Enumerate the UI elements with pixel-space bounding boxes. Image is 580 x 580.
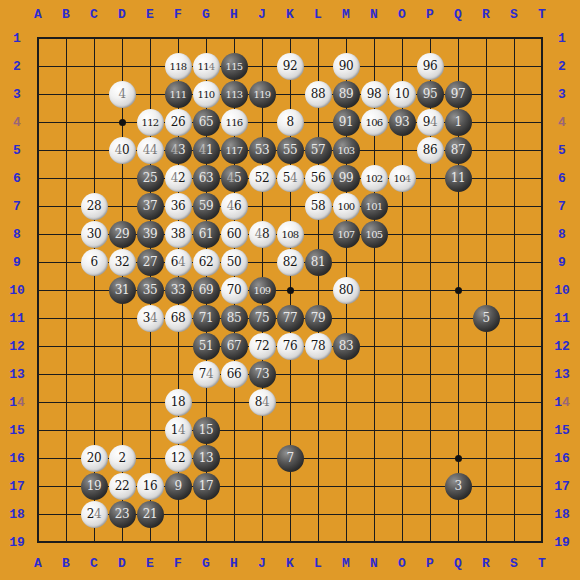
- row-label-right: 15: [554, 424, 570, 437]
- move-number: 6: [90, 255, 97, 269]
- move-number: 109: [253, 285, 270, 296]
- move-number: 96: [423, 59, 437, 73]
- stone-black: 71: [193, 305, 220, 332]
- stone-white: 92: [277, 53, 304, 80]
- row-label-left: 3: [13, 88, 21, 101]
- row-label-left: 15: [9, 424, 25, 437]
- move-number: 72: [255, 339, 269, 353]
- row-label-left: 10: [9, 284, 25, 297]
- column-label-top: D: [118, 8, 126, 21]
- stone-white: 68: [165, 305, 192, 332]
- stone-black: 85: [221, 305, 248, 332]
- column-label-top: G: [202, 8, 210, 21]
- column-label-top: K: [286, 8, 294, 21]
- stone-black: 65: [193, 109, 220, 136]
- move-number: 117: [225, 145, 242, 156]
- stone-black: 27: [137, 249, 164, 276]
- stone-white: 28: [81, 193, 108, 220]
- stone-white: 20: [81, 445, 108, 472]
- stone-white: 10: [389, 81, 416, 108]
- move-number: 107: [337, 229, 354, 240]
- column-label-top: P: [426, 8, 434, 21]
- column-label-top: L: [314, 8, 322, 21]
- stone-white: 86: [417, 137, 444, 164]
- column-label-bottom: J: [258, 557, 266, 570]
- move-number: 116: [225, 117, 242, 128]
- stone-white: 94: [417, 109, 444, 136]
- grid-line-vertical: [318, 37, 319, 543]
- move-number: 79: [311, 311, 325, 325]
- column-label-top: R: [482, 8, 490, 21]
- stone-black: 3: [445, 473, 472, 500]
- stone-white: 22: [109, 473, 136, 500]
- column-label-bottom: Q: [454, 557, 462, 570]
- move-number: 39: [143, 227, 157, 241]
- move-number: 70: [227, 283, 241, 297]
- move-number: 34: [143, 311, 157, 325]
- move-number: 55: [283, 143, 297, 157]
- stone-black: 59: [193, 193, 220, 220]
- grid-line-vertical: [514, 37, 515, 543]
- move-number: 98: [367, 87, 381, 101]
- move-number: 17: [199, 479, 213, 493]
- move-number: 57: [311, 143, 325, 157]
- stone-white: 50: [221, 249, 248, 276]
- column-label-bottom: G: [202, 557, 210, 570]
- stone-black: 113: [221, 81, 248, 108]
- stone-white: 84: [249, 389, 276, 416]
- stone-white: 70: [221, 277, 248, 304]
- move-number: 38: [171, 227, 185, 241]
- column-label-bottom: D: [118, 557, 126, 570]
- column-label-bottom: O: [398, 557, 406, 570]
- move-number: 90: [339, 59, 353, 73]
- stone-white: 8: [277, 109, 304, 136]
- move-number: 46: [227, 199, 241, 213]
- grid-line-vertical: [486, 37, 487, 543]
- stone-white: 18: [165, 389, 192, 416]
- move-number: 19: [87, 479, 101, 493]
- stone-white: 42: [165, 165, 192, 192]
- stone-black: 5: [473, 305, 500, 332]
- stone-black: 117: [221, 137, 248, 164]
- stone-white: 104: [389, 165, 416, 192]
- move-number: 54: [283, 171, 297, 185]
- move-number: 61: [199, 227, 213, 241]
- column-label-top: E: [146, 8, 154, 21]
- row-label-right: 17: [554, 480, 570, 493]
- column-label-bottom: R: [482, 557, 490, 570]
- row-label-left: 17: [9, 480, 25, 493]
- move-number: 53: [255, 143, 269, 157]
- move-number: 97: [451, 87, 465, 101]
- star-point: [119, 119, 126, 126]
- move-number: 58: [311, 199, 325, 213]
- stone-black: 35: [137, 277, 164, 304]
- move-number: 41: [199, 143, 213, 157]
- stone-black: 105: [361, 221, 388, 248]
- row-label-right: 4: [558, 116, 566, 129]
- stone-white: 78: [305, 333, 332, 360]
- column-label-top: S: [510, 8, 518, 21]
- stone-black: 15: [193, 417, 220, 444]
- stone-white: 46: [221, 193, 248, 220]
- stone-black: 83: [333, 333, 360, 360]
- move-number: 10: [395, 87, 409, 101]
- move-number: 77: [283, 311, 297, 325]
- column-label-top: C: [90, 8, 98, 21]
- stone-white: 54: [277, 165, 304, 192]
- stone-black: 29: [109, 221, 136, 248]
- move-number: 31: [115, 283, 129, 297]
- move-number: 22: [115, 479, 129, 493]
- column-label-bottom: L: [314, 557, 322, 570]
- stone-white: 64: [165, 249, 192, 276]
- move-number: 110: [197, 89, 214, 100]
- move-number: 4: [118, 87, 125, 101]
- move-number: 28: [87, 199, 101, 213]
- stone-black: 39: [137, 221, 164, 248]
- stone-white: 60: [221, 221, 248, 248]
- move-number: 100: [337, 201, 354, 212]
- stone-black: 11: [445, 165, 472, 192]
- stone-black: 31: [109, 277, 136, 304]
- row-label-left: 5: [13, 144, 21, 157]
- move-number: 75: [255, 311, 269, 325]
- stone-white: 114: [193, 53, 220, 80]
- stone-black: 7: [277, 445, 304, 472]
- row-label-left: 19: [9, 536, 25, 549]
- stone-white: 82: [277, 249, 304, 276]
- stone-black: 119: [249, 81, 276, 108]
- stone-white: 14: [165, 417, 192, 444]
- stone-black: 97: [445, 81, 472, 108]
- stone-black: 53: [249, 137, 276, 164]
- stone-black: 115: [221, 53, 248, 80]
- stone-black: 19: [81, 473, 108, 500]
- move-number: 102: [365, 173, 382, 184]
- stone-black: 75: [249, 305, 276, 332]
- stone-white: 26: [165, 109, 192, 136]
- stone-black: 73: [249, 361, 276, 388]
- move-number: 103: [337, 145, 354, 156]
- stone-white: 116: [221, 109, 248, 136]
- move-number: 91: [339, 115, 353, 129]
- column-label-top: F: [174, 8, 182, 21]
- move-number: 51: [199, 339, 213, 353]
- stone-white: 40: [109, 137, 136, 164]
- stone-white: 72: [249, 333, 276, 360]
- row-label-left: 9: [13, 256, 21, 269]
- stone-white: 76: [277, 333, 304, 360]
- stone-black: 91: [333, 109, 360, 136]
- column-label-bottom: S: [510, 557, 518, 570]
- stone-black: 23: [109, 501, 136, 528]
- stone-black: 17: [193, 473, 220, 500]
- move-number: 12: [171, 451, 185, 465]
- row-label-left: 18: [9, 508, 25, 521]
- row-label-right: 6: [558, 172, 566, 185]
- stone-white: 66: [221, 361, 248, 388]
- move-number: 52: [255, 171, 269, 185]
- move-number: 81: [311, 255, 325, 269]
- move-number: 8: [286, 115, 293, 129]
- move-number: 94: [423, 115, 437, 129]
- move-number: 42: [171, 171, 185, 185]
- stone-black: 103: [333, 137, 360, 164]
- column-label-top: A: [34, 8, 42, 21]
- move-number: 106: [365, 117, 382, 128]
- move-number: 29: [115, 227, 129, 241]
- stone-black: 41: [193, 137, 220, 164]
- move-number: 86: [423, 143, 437, 157]
- column-label-bottom: M: [342, 557, 350, 570]
- stone-white: 106: [361, 109, 388, 136]
- column-label-bottom: F: [174, 557, 182, 570]
- move-number: 21: [143, 507, 157, 521]
- stone-black: 107: [333, 221, 360, 248]
- move-number: 99: [339, 171, 353, 185]
- stone-white: 112: [137, 109, 164, 136]
- move-number: 73: [255, 367, 269, 381]
- move-number: 82: [283, 255, 297, 269]
- row-label-right: 13: [554, 368, 570, 381]
- stone-black: 63: [193, 165, 220, 192]
- stone-white: 4: [109, 81, 136, 108]
- stone-black: 43: [165, 137, 192, 164]
- move-number: 35: [143, 283, 157, 297]
- row-label-left: 4: [13, 116, 21, 129]
- row-label-right: 12: [554, 340, 570, 353]
- move-number: 119: [253, 89, 270, 100]
- row-label-right: 3: [558, 88, 566, 101]
- move-number: 63: [199, 171, 213, 185]
- move-number: 27: [143, 255, 157, 269]
- stone-white: 108: [277, 221, 304, 248]
- stone-black: 87: [445, 137, 472, 164]
- move-number: 76: [283, 339, 297, 353]
- stone-white: 6: [81, 249, 108, 276]
- move-number: 56: [311, 171, 325, 185]
- stone-black: 77: [277, 305, 304, 332]
- row-label-left: 7: [13, 200, 21, 213]
- row-label-right: 19: [554, 536, 570, 549]
- stone-black: 93: [389, 109, 416, 136]
- stone-black: 33: [165, 277, 192, 304]
- move-number: 13: [199, 451, 213, 465]
- column-label-bottom: C: [90, 557, 98, 570]
- grid-line-horizontal: [37, 374, 543, 375]
- move-number: 88: [311, 87, 325, 101]
- column-label-bottom: N: [370, 557, 378, 570]
- row-label-right: 10: [554, 284, 570, 297]
- stone-white: 62: [193, 249, 220, 276]
- row-label-left: 12: [9, 340, 25, 353]
- row-label-right: 1: [558, 32, 566, 45]
- move-number: 80: [339, 283, 353, 297]
- column-label-top: T: [538, 8, 546, 21]
- stone-white: 96: [417, 53, 444, 80]
- move-number: 23: [115, 507, 129, 521]
- stone-black: 89: [333, 81, 360, 108]
- column-label-top: Q: [454, 8, 462, 21]
- star-point: [455, 455, 462, 462]
- star-point: [455, 287, 462, 294]
- move-number: 60: [227, 227, 241, 241]
- move-number: 68: [171, 311, 185, 325]
- stone-white: 110: [193, 81, 220, 108]
- move-number: 24: [87, 507, 101, 521]
- stone-black: 13: [193, 445, 220, 472]
- row-label-left: 11: [9, 312, 25, 325]
- stone-white: 102: [361, 165, 388, 192]
- go-kifu-screenshot: AABBCCDDEEFFGGHHJJKKLLMMNNOOPPQQRRSSTT11…: [0, 0, 580, 580]
- stone-black: 81: [305, 249, 332, 276]
- stone-black: 61: [193, 221, 220, 248]
- stone-white: 100: [333, 193, 360, 220]
- column-label-bottom: T: [538, 557, 546, 570]
- column-label-bottom: E: [146, 557, 154, 570]
- column-label-bottom: H: [230, 557, 238, 570]
- move-number: 59: [199, 199, 213, 213]
- move-number: 95: [423, 87, 437, 101]
- move-number: 36: [171, 199, 185, 213]
- stone-black: 95: [417, 81, 444, 108]
- stone-white: 38: [165, 221, 192, 248]
- move-number: 7: [286, 451, 293, 465]
- stone-white: 30: [81, 221, 108, 248]
- move-number: 108: [281, 229, 298, 240]
- row-label-left: 13: [9, 368, 25, 381]
- stone-white: 88: [305, 81, 332, 108]
- stone-black: 111: [165, 81, 192, 108]
- stone-white: 12: [165, 445, 192, 472]
- grid-line-horizontal: [37, 541, 543, 543]
- move-number: 30: [87, 227, 101, 241]
- move-number: 87: [451, 143, 465, 157]
- stone-white: 32: [109, 249, 136, 276]
- move-number: 113: [225, 89, 242, 100]
- row-label-left: 14: [9, 396, 25, 409]
- stone-black: 37: [137, 193, 164, 220]
- stone-black: 9: [165, 473, 192, 500]
- stone-black: 79: [305, 305, 332, 332]
- move-number: 78: [311, 339, 325, 353]
- stone-black: 69: [193, 277, 220, 304]
- stone-white: 58: [305, 193, 332, 220]
- column-label-top: M: [342, 8, 350, 21]
- stone-black: 101: [361, 193, 388, 220]
- move-number: 66: [227, 367, 241, 381]
- grid-line-horizontal: [37, 430, 543, 431]
- move-number: 37: [143, 199, 157, 213]
- move-number: 84: [255, 395, 269, 409]
- column-label-top: O: [398, 8, 406, 21]
- move-number: 44: [143, 143, 157, 157]
- move-number: 45: [227, 171, 241, 185]
- move-number: 83: [339, 339, 353, 353]
- move-number: 105: [365, 229, 382, 240]
- move-number: 112: [141, 117, 158, 128]
- row-label-right: 16: [554, 452, 570, 465]
- column-label-bottom: B: [62, 557, 70, 570]
- move-number: 65: [199, 115, 213, 129]
- row-label-right: 8: [558, 228, 566, 241]
- move-number: 104: [393, 173, 410, 184]
- move-number: 50: [227, 255, 241, 269]
- stone-white: 118: [165, 53, 192, 80]
- row-label-left: 1: [13, 32, 21, 45]
- row-label-right: 18: [554, 508, 570, 521]
- move-number: 33: [171, 283, 185, 297]
- move-number: 1: [454, 115, 461, 129]
- row-label-left: 8: [13, 228, 21, 241]
- column-label-top: H: [230, 8, 238, 21]
- stone-black: 45: [221, 165, 248, 192]
- move-number: 11: [451, 171, 465, 185]
- move-number: 64: [171, 255, 185, 269]
- column-label-top: B: [62, 8, 70, 21]
- move-number: 14: [171, 423, 185, 437]
- grid-line-horizontal: [37, 402, 543, 403]
- stone-black: 1: [445, 109, 472, 136]
- stone-white: 98: [361, 81, 388, 108]
- column-label-top: J: [258, 8, 266, 21]
- move-number: 67: [227, 339, 241, 353]
- move-number: 16: [143, 479, 157, 493]
- move-number: 9: [174, 479, 181, 493]
- column-label-bottom: K: [286, 557, 294, 570]
- stone-black: 57: [305, 137, 332, 164]
- stone-black: 55: [277, 137, 304, 164]
- move-number: 115: [225, 61, 242, 72]
- move-number: 20: [87, 451, 101, 465]
- move-number: 74: [199, 367, 213, 381]
- move-number: 92: [283, 59, 297, 73]
- stone-black: 99: [333, 165, 360, 192]
- move-number: 69: [199, 283, 213, 297]
- star-point: [287, 287, 294, 294]
- stone-white: 56: [305, 165, 332, 192]
- move-number: 93: [395, 115, 409, 129]
- move-number: 15: [199, 423, 213, 437]
- row-label-right: 2: [558, 60, 566, 73]
- row-label-right: 5: [558, 144, 566, 157]
- move-number: 89: [339, 87, 353, 101]
- stone-black: 67: [221, 333, 248, 360]
- stone-white: 80: [333, 277, 360, 304]
- row-label-left: 2: [13, 60, 21, 73]
- move-number: 111: [169, 89, 186, 100]
- row-label-right: 11: [554, 312, 570, 325]
- column-label-top: N: [370, 8, 378, 21]
- stone-white: 2: [109, 445, 136, 472]
- go-board[interactable]: AABBCCDDEEFFGGHHJJKKLLMMNNOOPPQQRRSSTT11…: [0, 0, 580, 580]
- stone-black: 51: [193, 333, 220, 360]
- stone-white: 90: [333, 53, 360, 80]
- grid-line-vertical: [541, 37, 543, 543]
- stone-white: 16: [137, 473, 164, 500]
- move-number: 118: [169, 61, 186, 72]
- row-label-left: 6: [13, 172, 21, 185]
- move-number: 71: [199, 311, 213, 325]
- move-number: 3: [454, 479, 461, 493]
- row-label-right: 7: [558, 200, 566, 213]
- column-label-bottom: P: [426, 557, 434, 570]
- move-number: 2: [118, 451, 125, 465]
- stone-white: 44: [137, 137, 164, 164]
- move-number: 43: [171, 143, 185, 157]
